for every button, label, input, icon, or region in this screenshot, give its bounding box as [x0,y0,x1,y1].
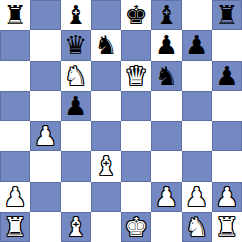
square-d1[interactable] [91,212,121,242]
white-bishop-d3[interactable]: ♝ [94,151,117,181]
square-b3[interactable] [30,151,60,181]
square-b7[interactable] [30,30,60,60]
square-a4[interactable] [0,121,30,151]
square-d3[interactable]: ♝ [91,151,121,181]
black-bishop-c8[interactable]: ♝ [64,0,87,30]
square-c4[interactable] [61,121,91,151]
square-e6[interactable]: ♛ [121,61,151,91]
square-h3[interactable] [212,151,242,181]
black-king-e8[interactable]: ♚ [124,0,147,30]
white-rook-h1[interactable]: ♜ [215,212,238,242]
square-f2[interactable]: ♟ [151,182,181,212]
square-b8[interactable] [30,0,60,30]
square-h4[interactable] [212,121,242,151]
square-a7[interactable] [0,30,30,60]
square-b2[interactable] [30,182,60,212]
white-queen-e6[interactable]: ♛ [124,61,147,91]
white-knight-g1[interactable]: ♞ [185,212,208,242]
square-h2[interactable]: ♟ [212,182,242,212]
square-a3[interactable] [0,151,30,181]
square-e3[interactable] [121,151,151,181]
square-h1[interactable]: ♜ [212,212,242,242]
black-pawn-h6[interactable]: ♟ [215,61,238,91]
square-a1[interactable]: ♜ [0,212,30,242]
square-d2[interactable] [91,182,121,212]
square-b4[interactable]: ♟ [30,121,60,151]
black-rook-h8[interactable]: ♜ [215,0,238,30]
square-g3[interactable] [182,151,212,181]
square-e7[interactable] [121,30,151,60]
square-b1[interactable] [30,212,60,242]
black-pawn-g7[interactable]: ♟ [185,30,208,60]
square-d4[interactable] [91,121,121,151]
square-g7[interactable]: ♟ [182,30,212,60]
square-b5[interactable] [30,91,60,121]
white-pawn-f2[interactable]: ♟ [155,182,178,212]
black-knight-d7[interactable]: ♞ [94,30,117,60]
square-e8[interactable]: ♚ [121,0,151,30]
square-c6[interactable]: ♞ [61,61,91,91]
square-a8[interactable]: ♜ [0,0,30,30]
black-queen-c7[interactable]: ♛ [64,30,87,60]
square-a2[interactable]: ♟ [0,182,30,212]
square-f4[interactable] [151,121,181,151]
white-pawn-a2[interactable]: ♟ [3,182,26,212]
square-f8[interactable]: ♝ [151,0,181,30]
square-e4[interactable] [121,121,151,151]
white-pawn-h2[interactable]: ♟ [215,182,238,212]
square-g4[interactable] [182,121,212,151]
white-king-e1[interactable]: ♚ [124,212,147,242]
black-bishop-f8[interactable]: ♝ [155,0,178,30]
white-knight-c6[interactable]: ♞ [64,61,87,91]
square-g1[interactable]: ♞ [182,212,212,242]
square-d8[interactable] [91,0,121,30]
black-rook-a8[interactable]: ♜ [3,0,26,30]
square-e5[interactable] [121,91,151,121]
square-g5[interactable] [182,91,212,121]
square-f1[interactable] [151,212,181,242]
square-g6[interactable] [182,61,212,91]
black-knight-f6[interactable]: ♞ [155,61,178,91]
square-c1[interactable]: ♝ [61,212,91,242]
square-f3[interactable] [151,151,181,181]
white-pawn-b4[interactable]: ♟ [34,121,57,151]
white-pawn-g2[interactable]: ♟ [185,182,208,212]
black-pawn-f7[interactable]: ♟ [155,30,178,60]
square-f6[interactable]: ♞ [151,61,181,91]
square-d7[interactable]: ♞ [91,30,121,60]
square-e2[interactable] [121,182,151,212]
square-f7[interactable]: ♟ [151,30,181,60]
square-c2[interactable] [61,182,91,212]
square-h7[interactable] [212,30,242,60]
square-a5[interactable] [0,91,30,121]
square-d6[interactable] [91,61,121,91]
white-bishop-c1[interactable]: ♝ [64,212,87,242]
chess-board: ♜♝♚♝♜♛♞♟♟♞♛♞♟♟♟♝♟♟♟♟♜♝♚♞♜ [0,0,242,242]
square-b6[interactable] [30,61,60,91]
square-g8[interactable] [182,0,212,30]
square-d5[interactable] [91,91,121,121]
square-c5[interactable]: ♟ [61,91,91,121]
white-rook-a1[interactable]: ♜ [3,212,26,242]
square-c7[interactable]: ♛ [61,30,91,60]
square-a6[interactable] [0,61,30,91]
square-h8[interactable]: ♜ [212,0,242,30]
square-f5[interactable] [151,91,181,121]
square-c8[interactable]: ♝ [61,0,91,30]
square-h6[interactable]: ♟ [212,61,242,91]
square-h5[interactable] [212,91,242,121]
black-pawn-c5[interactable]: ♟ [64,91,87,121]
square-c3[interactable] [61,151,91,181]
square-e1[interactable]: ♚ [121,212,151,242]
square-g2[interactable]: ♟ [182,182,212,212]
